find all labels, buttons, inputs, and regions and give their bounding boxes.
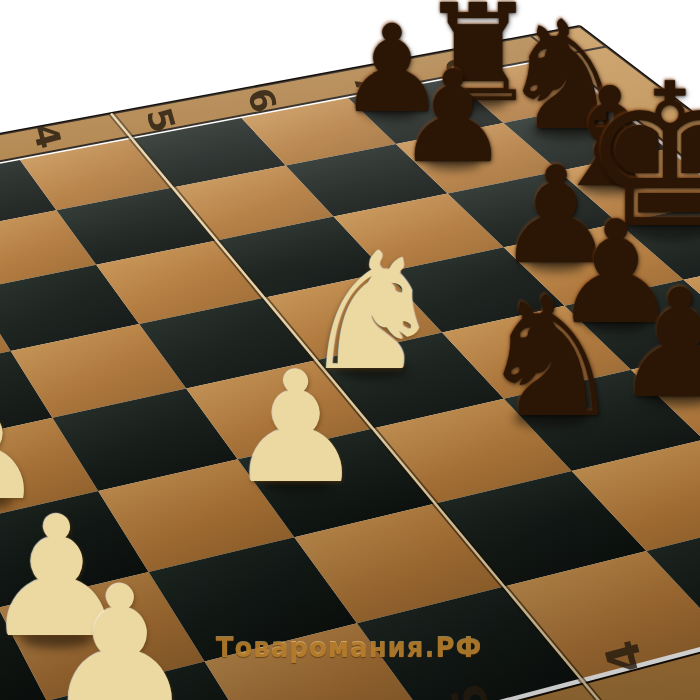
piece-white-pawn-d4: ♟ (227, 352, 364, 505)
piece-black-pawn-d7: ♟ (613, 269, 700, 419)
piece-white-pawn-a2: ♟ (43, 564, 197, 700)
watermark: Товаромания.РФ (216, 633, 482, 663)
piece-black-pawn-g7: ♟ (396, 54, 510, 181)
piece-black-knight-c6: ♞ (477, 275, 626, 441)
product-photo: 4567854 ♜♟♞♟♝♚♟♟♞♟♞♟♟♟♟ Товаромания.РФ (0, 0, 700, 700)
